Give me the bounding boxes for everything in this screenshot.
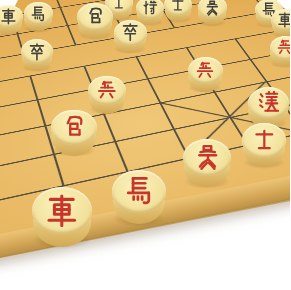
piece-top-face: 馬 xyxy=(112,170,166,212)
piece-top-face: 包 xyxy=(51,110,97,146)
piece-black-a10[interactable]: 車 xyxy=(0,5,23,35)
piece-top-face: 馬 xyxy=(24,2,53,25)
piece-red-a1[interactable]: 車 xyxy=(32,187,92,247)
piece-red-c4[interactable]: 兵 xyxy=(88,76,126,114)
piece-character-glyph xyxy=(194,144,221,171)
piece-character-glyph xyxy=(277,12,290,28)
piece-red-b3[interactable]: 包 xyxy=(51,110,97,156)
piece-top-face: 包 xyxy=(77,3,113,31)
piece-character-glyph xyxy=(124,176,154,206)
piece-top-face: 兵 xyxy=(188,57,223,84)
piece-black-c7[interactable]: 卒 xyxy=(114,20,147,53)
piece-character-glyph xyxy=(45,194,79,228)
piece-top-face: 漢 xyxy=(248,87,289,119)
piece-top-face: 象 xyxy=(183,139,231,176)
piece-character-glyph xyxy=(204,0,220,16)
piece-black-c9[interactable]: 包 xyxy=(77,3,113,39)
piece-black-i10[interactable]: 車 xyxy=(271,9,290,37)
piece-character-glyph xyxy=(121,23,139,41)
piece-character-glyph xyxy=(28,43,46,61)
piece-red-f1[interactable]: 士 xyxy=(242,123,286,167)
piece-character-glyph xyxy=(170,0,186,13)
piece-top-face: 卒 xyxy=(114,20,147,46)
piece-character-glyph xyxy=(96,80,117,101)
piece-character-glyph xyxy=(276,39,290,56)
piece-top-face: 士 xyxy=(242,123,286,157)
piece-red-e5[interactable]: 兵 xyxy=(188,57,223,92)
piece-character-glyph xyxy=(252,128,277,153)
piece-red-b1[interactable]: 馬 xyxy=(112,170,166,224)
piece-black-a7[interactable]: 卒 xyxy=(21,39,53,71)
piece-top-face: 將 xyxy=(136,0,164,19)
piece-red-c1[interactable]: 象 xyxy=(183,139,231,187)
piece-character-glyph xyxy=(61,115,87,141)
piece-top-face: 卒 xyxy=(21,39,53,64)
piece-top-face: 車 xyxy=(32,187,92,234)
piece-red-g6[interactable]: 兵 xyxy=(270,36,291,67)
piece-character-glyph xyxy=(257,91,280,114)
piece-character-glyph xyxy=(30,6,46,22)
piece-character-glyph xyxy=(0,8,16,25)
piece-character-glyph xyxy=(85,7,105,27)
piece-black-b10[interactable]: 馬 xyxy=(24,2,53,31)
piece-top-face: 車 xyxy=(271,9,290,31)
piece-black-f10[interactable]: 士 xyxy=(164,0,192,22)
piece-character-glyph xyxy=(142,0,158,16)
piece-character-glyph xyxy=(111,0,127,11)
xiangqi-photo-scene: 士士將象馬馬車包車卒兵卒兵兵漢包士象馬車 xyxy=(0,0,290,290)
piece-black-g10[interactable]: 象 xyxy=(198,0,227,25)
piece-red-f2[interactable]: 漢 xyxy=(248,87,289,128)
piece-character-glyph xyxy=(195,61,215,81)
